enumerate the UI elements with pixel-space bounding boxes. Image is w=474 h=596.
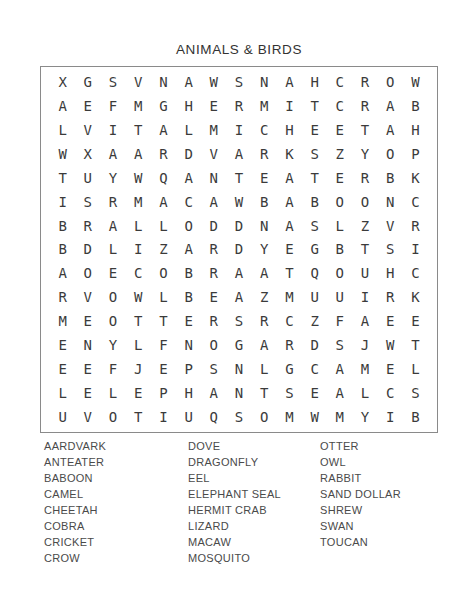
grid-cell[interactable]: H: [277, 118, 302, 142]
grid-cell[interactable]: B: [176, 261, 201, 285]
grid-cell[interactable]: H: [378, 261, 403, 285]
grid-cell[interactable]: S: [403, 381, 428, 405]
grid-cell[interactable]: R: [75, 214, 100, 238]
grid-cell[interactable]: S: [226, 309, 251, 333]
grid-cell[interactable]: Q: [201, 405, 226, 429]
grid-cell[interactable]: A: [378, 118, 403, 142]
grid-cell[interactable]: Y: [100, 333, 125, 357]
grid-cell[interactable]: W: [126, 285, 151, 309]
grid-cell[interactable]: T: [151, 309, 176, 333]
grid-cell[interactable]: G: [75, 70, 100, 94]
grid-cell[interactable]: A: [50, 94, 75, 118]
grid-cell[interactable]: D: [226, 238, 251, 262]
grid-cell[interactable]: O: [252, 405, 277, 429]
grid-cell[interactable]: A: [176, 238, 201, 262]
grid-cell[interactable]: H: [302, 70, 327, 94]
grid-cell[interactable]: A: [226, 261, 251, 285]
word-search-page: ANIMALS & BIRDS XGSVNAWSNAHCROWAEFMGHERM…: [0, 0, 474, 596]
grid-cell[interactable]: T: [403, 333, 428, 357]
grid-cell[interactable]: O: [176, 214, 201, 238]
grid-cell[interactable]: L: [327, 214, 352, 238]
grid-cell[interactable]: E: [126, 381, 151, 405]
grid-cell[interactable]: X: [50, 70, 75, 94]
grid-cell[interactable]: Z: [252, 285, 277, 309]
grid-cell[interactable]: A: [252, 261, 277, 285]
grid-cell[interactable]: N: [252, 70, 277, 94]
grid-cell[interactable]: S: [201, 357, 226, 381]
word-list-item: CROW: [44, 550, 184, 566]
grid-cell[interactable]: C: [403, 261, 428, 285]
grid-cell[interactable]: R: [151, 142, 176, 166]
grid-cell[interactable]: O: [378, 142, 403, 166]
grid-cell[interactable]: N: [201, 166, 226, 190]
grid-cell[interactable]: E: [302, 381, 327, 405]
word-list-item: SAND DOLLAR: [320, 486, 450, 502]
grid-cell[interactable]: R: [201, 261, 226, 285]
grid-cell[interactable]: I: [277, 94, 302, 118]
grid-cell[interactable]: U: [302, 285, 327, 309]
grid-cell[interactable]: B: [378, 166, 403, 190]
grid-cell[interactable]: N: [252, 214, 277, 238]
grid-cell[interactable]: I: [151, 405, 176, 429]
grid-cell[interactable]: R: [201, 309, 226, 333]
grid-cell[interactable]: A: [126, 142, 151, 166]
grid-cell[interactable]: E: [327, 118, 352, 142]
word-list-item: ANTEATER: [44, 454, 184, 470]
grid-cell[interactable]: A: [151, 190, 176, 214]
grid-cell[interactable]: H: [403, 118, 428, 142]
grid-cell[interactable]: C: [327, 70, 352, 94]
grid-cell[interactable]: V: [75, 405, 100, 429]
word-list-item: ELEPHANT SEAL: [188, 486, 316, 502]
grid-cell[interactable]: O: [352, 190, 377, 214]
grid-cell[interactable]: D: [226, 214, 251, 238]
grid-cell[interactable]: R: [252, 142, 277, 166]
grid-cell[interactable]: F: [151, 333, 176, 357]
grid-cell[interactable]: U: [327, 285, 352, 309]
grid-cell[interactable]: A: [277, 214, 302, 238]
grid-cell[interactable]: P: [176, 357, 201, 381]
word-list-item: COBRA: [44, 518, 184, 534]
grid-cell[interactable]: C: [378, 381, 403, 405]
grid-cell[interactable]: E: [75, 94, 100, 118]
grid-cell[interactable]: E: [75, 357, 100, 381]
grid-cell[interactable]: U: [176, 405, 201, 429]
grid-cell[interactable]: G: [302, 238, 327, 262]
grid-cell[interactable]: R: [352, 94, 377, 118]
grid-cell[interactable]: U: [75, 166, 100, 190]
grid-cell[interactable]: M: [126, 94, 151, 118]
grid-cell[interactable]: N: [75, 333, 100, 357]
grid-cell[interactable]: D: [176, 142, 201, 166]
grid-cell[interactable]: Y: [352, 405, 377, 429]
grid-cell[interactable]: S: [302, 142, 327, 166]
grid-cell[interactable]: K: [277, 142, 302, 166]
grid-cell[interactable]: A: [201, 381, 226, 405]
grid-cell[interactable]: F: [100, 94, 125, 118]
grid-cell[interactable]: W: [50, 142, 75, 166]
grid-cell[interactable]: G: [277, 357, 302, 381]
word-list-item: EEL: [188, 470, 316, 486]
grid-cell[interactable]: G: [226, 333, 251, 357]
grid-cell[interactable]: S: [226, 70, 251, 94]
grid-cell[interactable]: E: [201, 285, 226, 309]
grid-cell[interactable]: Q: [302, 261, 327, 285]
grid-cell[interactable]: R: [403, 214, 428, 238]
grid-cell[interactable]: A: [226, 142, 251, 166]
grid-cell[interactable]: Q: [151, 166, 176, 190]
grid-cell[interactable]: T: [352, 238, 377, 262]
grid-cell[interactable]: J: [352, 333, 377, 357]
word-list-item: HERMIT CRAB: [188, 502, 316, 518]
grid-cell[interactable]: L: [126, 214, 151, 238]
grid-cell[interactable]: U: [50, 405, 75, 429]
grid-cell[interactable]: O: [75, 261, 100, 285]
grid-cell[interactable]: E: [176, 309, 201, 333]
grid-cell[interactable]: M: [352, 357, 377, 381]
word-list-item: DOVE: [188, 438, 316, 454]
word-list-item: RABBIT: [320, 470, 450, 486]
grid-cell[interactable]: X: [75, 142, 100, 166]
grid-cell[interactable]: M: [252, 94, 277, 118]
grid-cell[interactable]: L: [100, 381, 125, 405]
grid-cell[interactable]: C: [403, 190, 428, 214]
grid-cell[interactable]: E: [378, 357, 403, 381]
grid-cell[interactable]: Y: [100, 166, 125, 190]
grid-cell[interactable]: D: [302, 333, 327, 357]
grid-cell[interactable]: H: [176, 381, 201, 405]
grid-cell[interactable]: E: [378, 309, 403, 333]
grid-cell[interactable]: L: [403, 357, 428, 381]
grid-cell[interactable]: M: [277, 285, 302, 309]
grid-cell[interactable]: I: [100, 118, 125, 142]
grid-cell[interactable]: Z: [352, 214, 377, 238]
grid-cell[interactable]: E: [327, 166, 352, 190]
grid-cell[interactable]: A: [100, 142, 125, 166]
grid-cell[interactable]: T: [226, 166, 251, 190]
grid-cell[interactable]: L: [151, 285, 176, 309]
grid-cell[interactable]: W: [201, 70, 226, 94]
puzzle-title: ANIMALS & BIRDS: [40, 42, 438, 57]
word-list-column-3: OTTEROWLRABBITSAND DOLLARSHREWSWANTOUCAN: [320, 438, 450, 550]
word-list-item: TOUCAN: [320, 534, 450, 550]
grid-cell[interactable]: C: [302, 357, 327, 381]
grid-cell[interactable]: T: [302, 166, 327, 190]
grid-cell[interactable]: S: [277, 381, 302, 405]
grid-cell[interactable]: E: [75, 381, 100, 405]
grid-cell[interactable]: K: [403, 166, 428, 190]
grid-cell[interactable]: N: [151, 70, 176, 94]
grid-cell[interactable]: R: [252, 309, 277, 333]
grid-cell[interactable]: S: [100, 70, 125, 94]
grid-cell[interactable]: R: [201, 238, 226, 262]
grid-cell[interactable]: Z: [327, 142, 352, 166]
grid-cell[interactable]: A: [327, 381, 352, 405]
grid-cell[interactable]: B: [252, 190, 277, 214]
grid-cell[interactable]: P: [151, 381, 176, 405]
grid-cell[interactable]: V: [126, 70, 151, 94]
grid-cell[interactable]: E: [403, 309, 428, 333]
grid-cell[interactable]: E: [50, 333, 75, 357]
grid-cell[interactable]: A: [151, 118, 176, 142]
word-list-item: OTTER: [320, 438, 450, 454]
grid-cell[interactable]: N: [226, 381, 251, 405]
grid-cell[interactable]: L: [100, 238, 125, 262]
word-list-item: CHEETAH: [44, 502, 184, 518]
grid-cell[interactable]: M: [201, 118, 226, 142]
grid-cell[interactable]: A: [277, 166, 302, 190]
grid-cell[interactable]: C: [327, 94, 352, 118]
grid-cell[interactable]: A: [50, 261, 75, 285]
grid-cell[interactable]: T: [277, 261, 302, 285]
grid-cell[interactable]: T: [252, 381, 277, 405]
grid-cell[interactable]: I: [403, 238, 428, 262]
grid-cell[interactable]: O: [100, 405, 125, 429]
grid-cell[interactable]: T: [126, 405, 151, 429]
grid-cell[interactable]: C: [126, 261, 151, 285]
grid-cell[interactable]: E: [252, 166, 277, 190]
word-list-item: OWL: [320, 454, 450, 470]
grid-cell[interactable]: O: [100, 309, 125, 333]
grid-cell[interactable]: V: [75, 118, 100, 142]
grid-cell[interactable]: M: [126, 190, 151, 214]
grid-cell[interactable]: E: [100, 261, 125, 285]
grid-cell[interactable]: L: [176, 118, 201, 142]
grid-cell[interactable]: I: [50, 190, 75, 214]
grid-cell[interactable]: W: [302, 405, 327, 429]
grid-cell[interactable]: D: [75, 238, 100, 262]
grid-cell[interactable]: I: [126, 238, 151, 262]
word-list-item: LIZARD: [188, 518, 316, 534]
grid-cell[interactable]: D: [201, 214, 226, 238]
grid-cell[interactable]: A: [176, 70, 201, 94]
grid-cell[interactable]: A: [378, 94, 403, 118]
grid-cell[interactable]: K: [403, 285, 428, 309]
grid-cell[interactable]: A: [252, 333, 277, 357]
grid-cell[interactable]: T: [302, 94, 327, 118]
grid-cell[interactable]: J: [126, 357, 151, 381]
grid-cell[interactable]: O: [327, 261, 352, 285]
grid-cell[interactable]: F: [100, 357, 125, 381]
grid-cell[interactable]: E: [151, 357, 176, 381]
grid-cell[interactable]: B: [50, 238, 75, 262]
grid-cell[interactable]: I: [352, 285, 377, 309]
word-list-item: DRAGONFLY: [188, 454, 316, 470]
grid-cell[interactable]: L: [151, 214, 176, 238]
grid-cell[interactable]: G: [151, 94, 176, 118]
grid-cell[interactable]: O: [100, 285, 125, 309]
grid-cell[interactable]: M: [50, 309, 75, 333]
grid-cell[interactable]: S: [378, 238, 403, 262]
word-list-item: BABOON: [44, 470, 184, 486]
grid-cell[interactable]: O: [378, 70, 403, 94]
grid-cell[interactable]: C: [252, 118, 277, 142]
grid-cell[interactable]: B: [176, 285, 201, 309]
grid-cell[interactable]: A: [352, 309, 377, 333]
grid-cell[interactable]: V: [75, 285, 100, 309]
grid-cell[interactable]: N: [378, 190, 403, 214]
grid-cell[interactable]: Z: [302, 309, 327, 333]
grid-cell[interactable]: R: [352, 70, 377, 94]
grid-cell[interactable]: T: [50, 166, 75, 190]
word-list-item: SHREW: [320, 502, 450, 518]
grid-cell[interactable]: S: [75, 190, 100, 214]
grid-cell[interactable]: Y: [252, 238, 277, 262]
grid-cell[interactable]: L: [50, 118, 75, 142]
grid-cell[interactable]: E: [75, 309, 100, 333]
grid-cell[interactable]: E: [201, 94, 226, 118]
grid-cell[interactable]: W: [403, 70, 428, 94]
grid-cell[interactable]: L: [252, 357, 277, 381]
grid-cell[interactable]: I: [226, 118, 251, 142]
grid-cell[interactable]: A: [277, 70, 302, 94]
word-list-item: AARDVARK: [44, 438, 184, 454]
grid-cell[interactable]: C: [176, 190, 201, 214]
grid-cell[interactable]: O: [151, 261, 176, 285]
grid-cell[interactable]: W: [226, 190, 251, 214]
grid-cell[interactable]: L: [50, 381, 75, 405]
grid-cell[interactable]: M: [277, 405, 302, 429]
word-list-column-1: AARDVARKANTEATERBABOONCAMELCHEETAHCOBRAC…: [44, 438, 184, 566]
grid-cell[interactable]: S: [327, 333, 352, 357]
grid-cell[interactable]: R: [226, 94, 251, 118]
grid-cell[interactable]: A: [327, 357, 352, 381]
grid-cell[interactable]: Y: [352, 142, 377, 166]
grid-cell[interactable]: Z: [151, 238, 176, 262]
grid-cell[interactable]: H: [176, 94, 201, 118]
grid-cell[interactable]: E: [277, 238, 302, 262]
grid-cell[interactable]: B: [403, 405, 428, 429]
grid-cell[interactable]: B: [327, 238, 352, 262]
word-list-column-2: DOVEDRAGONFLYEELELEPHANT SEALHERMIT CRAB…: [188, 438, 316, 566]
grid-cell[interactable]: U: [352, 261, 377, 285]
word-list-item: CAMEL: [44, 486, 184, 502]
word-list-item: MACAW: [188, 534, 316, 550]
grid-cell[interactable]: L: [352, 381, 377, 405]
grid-cell[interactable]: W: [126, 166, 151, 190]
grid-cell[interactable]: M: [327, 405, 352, 429]
grid-cell[interactable]: R: [100, 190, 125, 214]
grid-cell[interactable]: O: [201, 333, 226, 357]
grid-cell[interactable]: B: [302, 190, 327, 214]
grid-cell[interactable]: O: [327, 190, 352, 214]
word-list-item: MOSQUITO: [188, 550, 316, 566]
grid-cell[interactable]: R: [50, 285, 75, 309]
grid-cell[interactable]: A: [201, 190, 226, 214]
letter-grid: XGSVNAWSNAHCROWAEFMGHERMITCRABLVITALMICH…: [40, 66, 438, 433]
grid-cell[interactable]: E: [50, 357, 75, 381]
grid-cell[interactable]: N: [176, 333, 201, 357]
grid-cell[interactable]: A: [226, 285, 251, 309]
word-list-item: CRICKET: [44, 534, 184, 550]
grid-cell[interactable]: B: [50, 214, 75, 238]
grid-cell[interactable]: C: [277, 309, 302, 333]
grid-cell[interactable]: S: [226, 405, 251, 429]
grid-cell[interactable]: V: [201, 142, 226, 166]
grid-cell[interactable]: T: [126, 309, 151, 333]
grid-cell[interactable]: P: [403, 142, 428, 166]
grid-cell[interactable]: R: [277, 333, 302, 357]
grid-cell[interactable]: B: [403, 94, 428, 118]
grid-cell[interactable]: A: [176, 166, 201, 190]
grid-cell[interactable]: E: [302, 118, 327, 142]
grid-cell[interactable]: F: [327, 309, 352, 333]
grid-cell[interactable]: A: [277, 190, 302, 214]
grid-cell[interactable]: A: [100, 214, 125, 238]
word-list-item: SWAN: [320, 518, 450, 534]
grid-cell[interactable]: V: [378, 214, 403, 238]
grid-cell[interactable]: T: [126, 118, 151, 142]
grid-cell[interactable]: T: [352, 118, 377, 142]
grid-cell[interactable]: I: [378, 405, 403, 429]
grid-cell[interactable]: S: [302, 214, 327, 238]
grid-cell[interactable]: L: [126, 333, 151, 357]
grid-cell[interactable]: W: [378, 333, 403, 357]
grid-cell[interactable]: R: [378, 285, 403, 309]
grid-cell[interactable]: R: [352, 166, 377, 190]
grid-cell[interactable]: N: [226, 357, 251, 381]
